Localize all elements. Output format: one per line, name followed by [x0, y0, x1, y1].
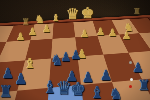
gold-pawn-e6[interactable]: ♟	[81, 29, 90, 39]
gold-pawn-h7[interactable]: ♟	[123, 31, 132, 41]
chess-3d-scene: ♜♚♛♝♞♜♞♟♟♟♟♟♟♟♟♟♟♞♝♟♟♟♟♟♟♜♝♛♚♜♝♞	[0, 0, 150, 100]
blue-pawn-h2[interactable]: ♟	[132, 61, 144, 74]
blue-pawn-b2[interactable]: ♟	[14, 72, 27, 87]
white-led	[130, 78, 133, 81]
blue-knight-g1[interactable]: ♞	[109, 87, 122, 100]
pieces-layer: ♜♚♛♝♞♜♞♟♟♟♟♟♟♟♟♟♟♞♝♟♟♟♟♟♟♜♝♛♚♜♝♞	[0, 0, 150, 100]
blue-pawn-d4[interactable]: ♟	[71, 49, 82, 61]
grey-led	[129, 61, 132, 64]
blue-knight-c3[interactable]: ♞	[51, 53, 64, 67]
gold-bishop-b4[interactable]: ♝	[24, 56, 37, 70]
gold-bishop-c8[interactable]: ♝	[52, 13, 61, 23]
gold-king-e8[interactable]: ♚	[81, 6, 94, 21]
blue-king-e1[interactable]: ♚	[70, 80, 86, 98]
blue-rook-a1[interactable]: ♜	[0, 84, 13, 100]
blue-rook-h1[interactable]: ♜	[138, 78, 150, 92]
gold-pawn-g7[interactable]: ♟	[109, 28, 118, 38]
gold-queen-d8[interactable]: ♛	[66, 7, 79, 22]
blue-bishop-f1[interactable]: ♝	[90, 85, 104, 100]
gold-rook-h8[interactable]: ♜	[133, 8, 140, 16]
gold-pawn-a7[interactable]: ♟	[17, 32, 26, 42]
blue-pawn-g2[interactable]: ♟	[100, 68, 113, 82]
gold-pawn-c7[interactable]: ♟	[43, 24, 52, 34]
gold-pawn-b7[interactable]: ♟	[29, 27, 38, 37]
gold-pawn-f7[interactable]: ♟	[97, 27, 106, 37]
red-led	[129, 85, 132, 88]
blue-pawn-a2[interactable]: ♟	[2, 66, 15, 80]
